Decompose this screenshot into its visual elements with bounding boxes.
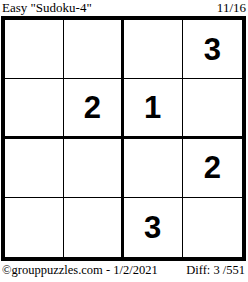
- sudoku-board: 3 2 1 2 3: [1, 16, 246, 261]
- cell-r1c3[interactable]: [124, 20, 183, 79]
- cell-r4c4[interactable]: [183, 198, 242, 257]
- cell-r4c3: 3: [124, 198, 183, 257]
- cell-r1c1[interactable]: [5, 20, 64, 79]
- cell-r3c4: 2: [183, 139, 242, 198]
- puzzle-page: Easy "Sudoku-4" 11/16 3 2 1 2 3 ©grouppu…: [0, 0, 248, 282]
- cell-r3c3[interactable]: [124, 139, 183, 198]
- footer: ©grouppuzzles.com - 1/2/2021 Diff: 3 /55…: [0, 263, 248, 278]
- cell-r1c4: 3: [183, 20, 242, 79]
- cell-r2c1[interactable]: [5, 79, 64, 138]
- cell-r2c4[interactable]: [183, 79, 242, 138]
- difficulty-text: Diff: 3 /551: [186, 263, 245, 278]
- cell-r4c2[interactable]: [64, 198, 123, 257]
- header: Easy "Sudoku-4" 11/16: [0, 0, 248, 16]
- cell-r2c2: 2: [64, 79, 123, 138]
- cell-r1c2[interactable]: [64, 20, 123, 79]
- copyright-text: ©grouppuzzles.com - 1/2/2021: [2, 263, 158, 278]
- cell-r3c2[interactable]: [64, 139, 123, 198]
- cell-r3c1[interactable]: [5, 139, 64, 198]
- puzzle-progress-number: 11/16: [217, 1, 246, 15]
- cell-r4c1[interactable]: [5, 198, 64, 257]
- puzzle-title: Easy "Sudoku-4": [2, 1, 92, 15]
- cell-r2c3: 1: [124, 79, 183, 138]
